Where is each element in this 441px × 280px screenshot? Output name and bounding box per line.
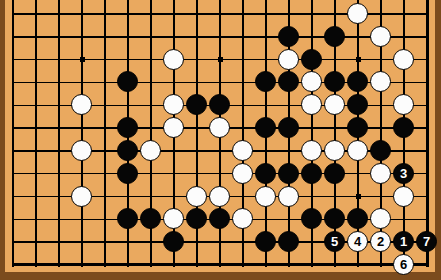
black-stone <box>117 140 138 161</box>
white-stone <box>301 94 322 115</box>
go-board-diagram: 3542176 <box>0 0 441 280</box>
grid-line-vertical <box>81 0 83 267</box>
grid-line-horizontal <box>12 36 428 38</box>
black-stone-move-7: 7 <box>416 231 437 252</box>
white-stone <box>324 140 345 161</box>
white-stone <box>186 186 207 207</box>
white-stone <box>163 94 184 115</box>
black-stone-move-3: 3 <box>393 163 414 184</box>
white-stone <box>393 94 414 115</box>
white-stone <box>71 94 92 115</box>
black-stone <box>393 117 414 138</box>
white-stone <box>232 208 253 229</box>
grid-line-vertical <box>426 0 429 267</box>
black-stone <box>255 163 276 184</box>
white-stone <box>163 208 184 229</box>
black-stone <box>370 140 391 161</box>
white-stone <box>301 140 322 161</box>
white-stone <box>163 117 184 138</box>
black-stone <box>117 208 138 229</box>
white-stone <box>71 186 92 207</box>
white-stone <box>347 3 368 24</box>
star-point <box>218 57 223 62</box>
black-stone <box>140 208 161 229</box>
black-stone <box>255 117 276 138</box>
white-stone <box>232 163 253 184</box>
white-stone <box>278 186 299 207</box>
black-stone <box>255 71 276 92</box>
black-stone <box>324 71 345 92</box>
black-stone <box>324 163 345 184</box>
star-point <box>356 57 361 62</box>
black-stone <box>255 231 276 252</box>
white-stone <box>255 186 276 207</box>
white-stone <box>71 140 92 161</box>
grid-line-vertical <box>12 0 14 267</box>
white-stone <box>370 71 391 92</box>
black-stone <box>278 163 299 184</box>
black-stone <box>278 231 299 252</box>
white-stone <box>370 208 391 229</box>
white-stone <box>140 140 161 161</box>
black-stone <box>301 163 322 184</box>
black-stone <box>301 208 322 229</box>
board-frame-left <box>0 0 5 280</box>
white-stone <box>278 49 299 70</box>
grid-line-vertical <box>35 0 37 267</box>
grid-line-horizontal <box>12 173 428 175</box>
white-stone <box>370 26 391 47</box>
black-stone-move-1: 1 <box>393 231 414 252</box>
black-stone <box>186 208 207 229</box>
black-stone <box>347 71 368 92</box>
black-stone <box>117 71 138 92</box>
white-stone <box>393 49 414 70</box>
grid-line-vertical <box>58 0 60 267</box>
board-frame-bottom <box>0 272 441 280</box>
black-stone <box>278 26 299 47</box>
black-stone <box>324 26 345 47</box>
black-stone <box>301 49 322 70</box>
black-stone <box>186 94 207 115</box>
star-point <box>356 194 361 199</box>
white-stone <box>370 163 391 184</box>
black-stone <box>117 117 138 138</box>
white-stone <box>209 117 230 138</box>
black-stone <box>278 117 299 138</box>
white-stone <box>324 94 345 115</box>
black-stone <box>347 208 368 229</box>
star-point <box>80 57 85 62</box>
black-stone <box>347 117 368 138</box>
grid-line-horizontal <box>12 263 428 266</box>
white-stone <box>347 140 368 161</box>
white-stone <box>232 140 253 161</box>
black-stone <box>347 94 368 115</box>
white-stone <box>163 49 184 70</box>
white-stone-move-2: 2 <box>370 231 391 252</box>
white-stone <box>393 186 414 207</box>
black-stone <box>324 208 345 229</box>
black-stone <box>163 231 184 252</box>
white-stone-move-6: 6 <box>393 254 414 275</box>
black-stone <box>117 163 138 184</box>
black-stone <box>209 208 230 229</box>
black-stone <box>278 71 299 92</box>
grid-line-vertical <box>104 0 106 267</box>
white-stone-move-4: 4 <box>347 231 368 252</box>
white-stone <box>301 71 322 92</box>
black-stone <box>209 94 230 115</box>
white-stone <box>209 186 230 207</box>
black-stone-move-5: 5 <box>324 231 345 252</box>
